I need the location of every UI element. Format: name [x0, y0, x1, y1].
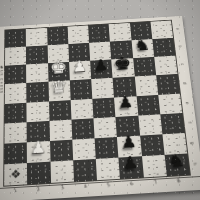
- square[interactable]: [5, 65, 27, 85]
- square[interactable]: [5, 47, 26, 66]
- square[interactable]: [70, 98, 93, 119]
- white-king-c3[interactable]: ♚: [50, 59, 68, 77]
- file-label: c: [172, 59, 194, 69]
- square[interactable]: [141, 155, 166, 178]
- square[interactable]: [27, 162, 50, 185]
- square[interactable]: [140, 134, 165, 156]
- square[interactable]: [93, 117, 117, 138]
- square[interactable]: [26, 63, 48, 83]
- square[interactable]: [133, 57, 156, 77]
- square[interactable]: [72, 138, 96, 160]
- square[interactable]: [49, 119, 72, 140]
- white-queen-d3[interactable]: ♛: [50, 78, 67, 96]
- square[interactable]: [71, 118, 94, 139]
- square[interactable]: [4, 142, 27, 164]
- board-brand: ♞ US CHESS: [0, 65, 5, 117]
- square[interactable]: [50, 139, 73, 161]
- black-pawn-e6[interactable]: ♟: [118, 95, 134, 111]
- board-grid: [4, 20, 190, 185]
- square[interactable]: [138, 114, 162, 135]
- square[interactable]: [26, 45, 47, 64]
- brand-knight-icon: ♞: [0, 65, 4, 69]
- white-pawn-c4[interactable]: ♟: [72, 60, 87, 75]
- file-label: d: [174, 78, 196, 89]
- square[interactable]: [4, 163, 27, 186]
- square[interactable]: [26, 28, 47, 47]
- square[interactable]: [95, 137, 119, 159]
- square[interactable]: [73, 159, 97, 182]
- square[interactable]: [47, 27, 68, 46]
- square[interactable]: [50, 160, 74, 183]
- black-pawn-c5[interactable]: ♟: [94, 59, 109, 74]
- black-knight-b7[interactable]: ♞: [134, 38, 151, 54]
- square[interactable]: [88, 24, 110, 43]
- square[interactable]: [5, 83, 27, 103]
- black-pawn-g6[interactable]: ♟: [121, 134, 138, 151]
- square[interactable]: [4, 122, 27, 144]
- square[interactable]: [5, 29, 26, 48]
- square[interactable]: [136, 94, 160, 115]
- square[interactable]: [67, 25, 89, 44]
- square[interactable]: [70, 79, 93, 99]
- file-label: f: [178, 117, 200, 128]
- file-label: e: [176, 97, 198, 108]
- black-king-c6[interactable]: ♚: [113, 55, 132, 73]
- square[interactable]: [92, 97, 115, 118]
- square[interactable]: [109, 23, 131, 42]
- chess-board: ♚♛♟♟♚♟♞♟♟♟♞❖ 12345678 abcdefgh ♞ US CHES…: [0, 16, 200, 200]
- photo-of-chess-position: ♚♛♟♟♚♟♞♟♟♟♞❖ 12345678 abcdefgh ♞ US CHES…: [0, 0, 200, 200]
- square[interactable]: [5, 102, 27, 123]
- square[interactable]: [26, 82, 48, 102]
- file-label: b: [170, 41, 191, 51]
- white-pawn-g2[interactable]: ♟: [31, 140, 47, 157]
- file-label: g: [181, 137, 200, 149]
- square[interactable]: [134, 76, 158, 96]
- black-knight-h8[interactable]: ♞: [167, 151, 185, 170]
- brand-text: US CHESS: [0, 70, 4, 94]
- black-pawn-h6[interactable]: ♟: [122, 155, 139, 173]
- square[interactable]: [91, 78, 114, 98]
- file-label: a: [167, 24, 188, 34]
- square[interactable]: [96, 157, 120, 180]
- square[interactable]: [27, 101, 49, 122]
- square[interactable]: [49, 100, 72, 121]
